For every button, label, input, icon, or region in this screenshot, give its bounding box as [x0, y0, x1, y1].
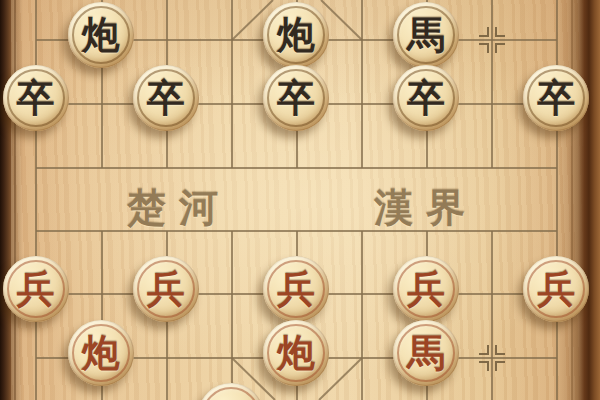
piece-red-horse[interactable]: 馬	[393, 320, 459, 386]
piece-red-soldier[interactable]: 兵	[3, 256, 69, 322]
piece-black-soldier[interactable]: 卒	[3, 65, 69, 131]
piece-black-cannon[interactable]: 炮	[263, 2, 329, 68]
piece-black-soldier[interactable]: 卒	[393, 65, 459, 131]
piece-black-soldier[interactable]: 卒	[523, 65, 589, 131]
piece-character: 兵	[133, 256, 199, 322]
piece-character: 兵	[523, 256, 589, 322]
piece-red-soldier[interactable]: 兵	[393, 256, 459, 322]
piece-character: 炮	[68, 320, 134, 386]
piece-red-cannon[interactable]: 炮	[68, 320, 134, 386]
piece-layer: 炮炮馬卒卒卒卒卒兵兵兵兵兵炮炮馬	[3, 7, 589, 400]
piece-character: 卒	[133, 65, 199, 131]
piece-character: 卒	[3, 65, 69, 131]
piece-character: 卒	[393, 65, 459, 131]
piece-character: 馬	[393, 2, 459, 68]
piece-character: 卒	[263, 65, 329, 131]
piece-character: 馬	[393, 320, 459, 386]
piece-character: 炮	[263, 320, 329, 386]
piece-red-cannon[interactable]: 炮	[263, 320, 329, 386]
piece-red-soldier[interactable]: 兵	[133, 256, 199, 322]
xiangqi-board-screenshot: 楚河 漢界 炮炮馬卒卒卒卒卒兵兵兵兵兵炮炮馬	[0, 0, 600, 400]
piece-character: 兵	[393, 256, 459, 322]
piece-black-soldier[interactable]: 卒	[133, 65, 199, 131]
piece-black-horse[interactable]: 馬	[393, 2, 459, 68]
piece-character	[198, 383, 264, 400]
piece-character: 卒	[523, 65, 589, 131]
piece-character: 炮	[68, 2, 134, 68]
piece-character: 兵	[3, 256, 69, 322]
piece-character: 炮	[263, 2, 329, 68]
piece-red-soldier[interactable]: 兵	[523, 256, 589, 322]
piece-character: 兵	[263, 256, 329, 322]
piece-red-unidentified-partial[interactable]	[198, 383, 264, 400]
piece-red-soldier[interactable]: 兵	[263, 256, 329, 322]
piece-black-soldier[interactable]: 卒	[263, 65, 329, 131]
piece-black-cannon[interactable]: 炮	[68, 2, 134, 68]
